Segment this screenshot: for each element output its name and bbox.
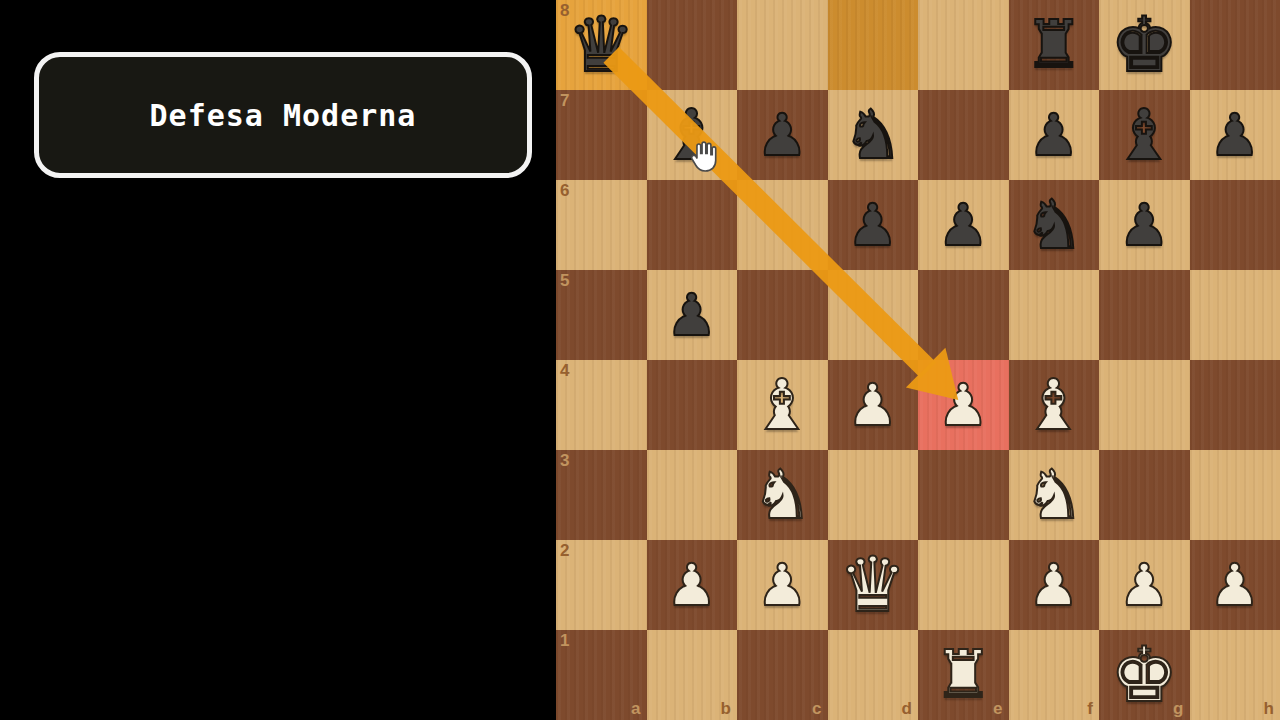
piece-white-p-c2[interactable]: ♟ xyxy=(737,540,828,630)
piece-black-p-g6[interactable]: ♟ xyxy=(1099,180,1190,270)
square-e5[interactable] xyxy=(918,270,1009,360)
square-g5[interactable] xyxy=(1099,270,1190,360)
piece-white-r-e1[interactable]: ♜ xyxy=(918,630,1009,720)
piece-white-p-h2[interactable]: ♟ xyxy=(1190,540,1280,630)
piece-black-r-f8[interactable]: ♜ xyxy=(1009,0,1100,90)
square-c6[interactable] xyxy=(737,180,828,270)
square-f1[interactable]: f xyxy=(1009,630,1100,720)
square-a1[interactable]: 1a xyxy=(556,630,647,720)
piece-white-n-f3[interactable]: ♞ xyxy=(1009,450,1100,540)
square-c1[interactable]: c xyxy=(737,630,828,720)
video-frame: { "game": "chess", "title": { "label": "… xyxy=(0,0,1280,720)
square-c5[interactable] xyxy=(737,270,828,360)
file-label-c: c xyxy=(812,700,821,717)
square-h4[interactable] xyxy=(1190,360,1280,450)
piece-black-q-a8[interactable]: ♛ xyxy=(556,0,647,90)
file-label-b: b xyxy=(721,700,731,717)
rank-label-2: 2 xyxy=(560,542,569,559)
square-a2[interactable]: 2 xyxy=(556,540,647,630)
opening-title-box: Defesa Moderna xyxy=(34,52,532,178)
file-label-a: a xyxy=(631,700,640,717)
square-e2[interactable] xyxy=(918,540,1009,630)
piece-white-b-c4[interactable]: ♝ xyxy=(737,360,828,450)
piece-white-q-d2[interactable]: ♛ xyxy=(828,540,919,630)
piece-black-n-f6[interactable]: ♞ xyxy=(1009,180,1100,270)
square-f5[interactable] xyxy=(1009,270,1100,360)
square-a7[interactable]: 7 xyxy=(556,90,647,180)
square-d8[interactable] xyxy=(828,0,919,90)
rank-label-1: 1 xyxy=(560,632,569,649)
piece-white-p-d4[interactable]: ♟ xyxy=(828,360,919,450)
file-label-d: d xyxy=(902,700,912,717)
square-g3[interactable] xyxy=(1099,450,1190,540)
square-d3[interactable] xyxy=(828,450,919,540)
piece-black-p-c7[interactable]: ♟ xyxy=(737,90,828,180)
piece-white-n-c3[interactable]: ♞ xyxy=(737,450,828,540)
square-b4[interactable] xyxy=(647,360,738,450)
square-b8[interactable] xyxy=(647,0,738,90)
piece-white-p-f2[interactable]: ♟ xyxy=(1009,540,1100,630)
square-h3[interactable] xyxy=(1190,450,1280,540)
piece-black-p-f7[interactable]: ♟ xyxy=(1009,90,1100,180)
square-d1[interactable]: d xyxy=(828,630,919,720)
square-a3[interactable]: 3 xyxy=(556,450,647,540)
piece-black-b-b7[interactable]: ♝ xyxy=(647,90,738,180)
square-b1[interactable]: b xyxy=(647,630,738,720)
piece-black-p-h7[interactable]: ♟ xyxy=(1190,90,1280,180)
rank-label-7: 7 xyxy=(560,92,569,109)
square-c8[interactable] xyxy=(737,0,828,90)
piece-white-p-b2[interactable]: ♟ xyxy=(647,540,738,630)
piece-white-k-g1[interactable]: ♚ xyxy=(1099,630,1190,720)
piece-black-p-e6[interactable]: ♟ xyxy=(918,180,1009,270)
piece-white-p-e4[interactable]: ♟ xyxy=(918,360,1009,450)
square-a5[interactable]: 5 xyxy=(556,270,647,360)
square-d5[interactable] xyxy=(828,270,919,360)
square-g4[interactable] xyxy=(1099,360,1190,450)
piece-black-b-g7[interactable]: ♝ xyxy=(1099,90,1190,180)
chess-board[interactable]: 87654321abcdefgh♛♜♚♝♟♞♟♝♟♟♟♞♟♟♝♟♟♝♞♞♟♟♛♟… xyxy=(556,0,1280,720)
square-b3[interactable] xyxy=(647,450,738,540)
file-label-f: f xyxy=(1087,700,1093,717)
opening-title: Defesa Moderna xyxy=(150,98,417,133)
square-h5[interactable] xyxy=(1190,270,1280,360)
piece-white-p-g2[interactable]: ♟ xyxy=(1099,540,1190,630)
square-e8[interactable] xyxy=(918,0,1009,90)
piece-black-n-d7[interactable]: ♞ xyxy=(828,90,919,180)
square-h6[interactable] xyxy=(1190,180,1280,270)
rank-label-4: 4 xyxy=(560,362,569,379)
file-label-h: h xyxy=(1264,700,1274,717)
piece-black-p-b5[interactable]: ♟ xyxy=(647,270,738,360)
square-e7[interactable] xyxy=(918,90,1009,180)
square-a4[interactable]: 4 xyxy=(556,360,647,450)
rank-label-6: 6 xyxy=(560,182,569,199)
rank-label-5: 5 xyxy=(560,272,569,289)
piece-black-k-g8[interactable]: ♚ xyxy=(1099,0,1190,90)
piece-white-b-f4[interactable]: ♝ xyxy=(1009,360,1100,450)
square-b6[interactable] xyxy=(647,180,738,270)
piece-black-p-d6[interactable]: ♟ xyxy=(828,180,919,270)
rank-label-3: 3 xyxy=(560,452,569,469)
square-e3[interactable] xyxy=(918,450,1009,540)
square-a6[interactable]: 6 xyxy=(556,180,647,270)
square-h8[interactable] xyxy=(1190,0,1280,90)
square-h1[interactable]: h xyxy=(1190,630,1280,720)
